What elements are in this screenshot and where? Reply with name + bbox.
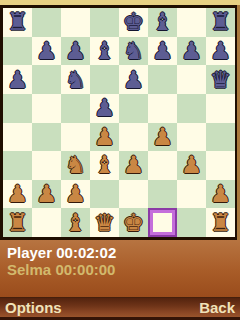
square-e2[interactable] [119,180,148,209]
square-f8[interactable]: ♝ [148,8,177,37]
square-e6[interactable]: ♟ [119,65,148,94]
softkey-bar-inner: Options Back [0,297,240,317]
black-pawn: ♟ [7,66,29,94]
white-pawn: ♟ [181,151,203,179]
square-g8[interactable] [177,8,206,37]
black-pawn: ♟ [152,37,174,65]
white-bishop: ♝ [94,151,116,179]
white-pawn: ♟ [65,180,87,208]
square-a1[interactable]: ♜ [3,208,32,237]
black-pawn: ♟ [210,37,232,65]
white-pawn: ♟ [152,123,174,151]
black-knight: ♞ [123,37,145,65]
black-queen: ♛ [210,66,232,94]
square-f3[interactable] [148,151,177,180]
white-bishop: ♝ [65,209,87,237]
square-g4[interactable] [177,123,206,152]
square-b5[interactable] [32,94,61,123]
square-h8[interactable]: ♜ [206,8,235,37]
square-g1[interactable] [177,208,206,237]
black-player-name: Selma [7,261,51,278]
black-pawn: ♟ [123,66,145,94]
black-player-time: 00:00:00 [55,261,115,278]
square-c4[interactable] [61,123,90,152]
square-h1[interactable]: ♜ [206,208,235,237]
square-a4[interactable] [3,123,32,152]
white-pawn: ♟ [36,180,58,208]
square-b3[interactable] [32,151,61,180]
square-f7[interactable]: ♟ [148,37,177,66]
square-f2[interactable] [148,180,177,209]
board-frame: ♜♚♝♜♟♟♝♞♟♟♟♟♞♟♛♟♟♟♞♝♟♟♟♟♟♟♜♝♛♚♜ [0,5,240,240]
square-a6[interactable]: ♟ [3,65,32,94]
square-g7[interactable]: ♟ [177,37,206,66]
white-queen: ♛ [94,209,116,237]
black-king: ♚ [123,8,145,36]
square-h4[interactable] [206,123,235,152]
clock-black: Selma 00:00:00 [7,261,240,278]
square-b2[interactable]: ♟ [32,180,61,209]
square-c8[interactable] [61,8,90,37]
square-h6[interactable]: ♛ [206,65,235,94]
square-h3[interactable] [206,151,235,180]
square-c7[interactable]: ♟ [61,37,90,66]
square-e5[interactable] [119,94,148,123]
black-rook: ♜ [7,8,29,36]
square-e4[interactable] [119,123,148,152]
square-d3[interactable]: ♝ [90,151,119,180]
square-e7[interactable]: ♞ [119,37,148,66]
white-rook: ♜ [210,209,232,237]
back-softkey[interactable]: Back [199,299,235,316]
square-d2[interactable] [90,180,119,209]
square-d7[interactable]: ♝ [90,37,119,66]
clock-white: Player 00:02:02 [7,244,240,261]
square-g2[interactable] [177,180,206,209]
square-g5[interactable] [177,94,206,123]
board-right-trim [237,5,240,240]
square-d5[interactable]: ♟ [90,94,119,123]
square-f6[interactable] [148,65,177,94]
black-bishop: ♝ [94,37,116,65]
white-pawn: ♟ [94,123,116,151]
square-e8[interactable]: ♚ [119,8,148,37]
square-b1[interactable] [32,208,61,237]
square-c2[interactable]: ♟ [61,180,90,209]
square-a8[interactable]: ♜ [3,8,32,37]
black-knight: ♞ [65,66,87,94]
white-player-time: 00:02:02 [56,244,116,261]
square-f4[interactable]: ♟ [148,123,177,152]
square-f5[interactable] [148,94,177,123]
square-d1[interactable]: ♛ [90,208,119,237]
options-softkey[interactable]: Options [5,299,62,316]
white-player-name: Player [7,244,52,261]
white-pawn: ♟ [123,151,145,179]
square-a3[interactable] [3,151,32,180]
square-b7[interactable]: ♟ [32,37,61,66]
square-d8[interactable] [90,8,119,37]
square-g6[interactable] [177,65,206,94]
white-pawn: ♟ [210,180,232,208]
square-b6[interactable] [32,65,61,94]
square-h7[interactable]: ♟ [206,37,235,66]
white-king: ♚ [123,209,145,237]
square-c6[interactable]: ♞ [61,65,90,94]
black-pawn: ♟ [65,37,87,65]
square-c1[interactable]: ♝ [61,208,90,237]
square-c5[interactable] [61,94,90,123]
square-a2[interactable]: ♟ [3,180,32,209]
square-e3[interactable]: ♟ [119,151,148,180]
square-b4[interactable] [32,123,61,152]
black-pawn: ♟ [181,37,203,65]
square-e1[interactable]: ♚ [119,208,148,237]
square-h5[interactable] [206,94,235,123]
square-c3[interactable]: ♞ [61,151,90,180]
softkey-bar: Options Back [0,297,240,320]
black-pawn: ♟ [94,94,116,122]
white-rook: ♜ [7,209,29,237]
square-b8[interactable] [32,8,61,37]
chess-board: ♜♚♝♜♟♟♝♞♟♟♟♟♞♟♛♟♟♟♞♝♟♟♟♟♟♟♜♝♛♚♜ [3,8,235,237]
white-pawn: ♟ [7,180,29,208]
square-g3[interactable]: ♟ [177,151,206,180]
chess-app-screen: ♜♚♝♜♟♟♝♞♟♟♟♟♞♟♛♟♟♟♞♝♟♟♟♟♟♟♜♝♛♚♜ Player 0… [0,0,240,320]
square-f1[interactable] [148,208,177,237]
clock-panel: Player 00:02:02 Selma 00:00:00 [0,240,240,297]
black-bishop: ♝ [152,8,174,36]
white-knight: ♞ [65,151,87,179]
square-d4[interactable]: ♟ [90,123,119,152]
black-pawn: ♟ [36,37,58,65]
square-d6[interactable] [90,65,119,94]
square-a7[interactable] [3,37,32,66]
square-h2[interactable]: ♟ [206,180,235,209]
black-rook: ♜ [210,8,232,36]
square-a5[interactable] [3,94,32,123]
